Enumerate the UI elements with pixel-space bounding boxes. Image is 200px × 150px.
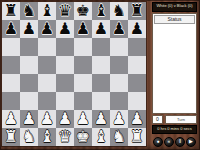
square-h1[interactable]: ♜ bbox=[128, 128, 146, 146]
play-icon: ▶ bbox=[189, 139, 193, 144]
square-b8[interactable]: ♞ bbox=[20, 2, 38, 20]
black-rook[interactable]: ♜ bbox=[4, 2, 18, 20]
square-g4[interactable] bbox=[110, 74, 128, 92]
record-icon: ● bbox=[156, 139, 159, 144]
square-e4[interactable] bbox=[74, 74, 92, 92]
square-h8[interactable]: ♜ bbox=[128, 2, 146, 20]
square-g1[interactable]: ♞ bbox=[110, 128, 128, 146]
black-knight[interactable]: ♞ bbox=[112, 2, 126, 20]
square-g2[interactable]: ♟ bbox=[110, 110, 128, 128]
square-e3[interactable] bbox=[74, 92, 92, 110]
white-pawn[interactable]: ♟ bbox=[58, 110, 72, 128]
square-d8[interactable]: ♛ bbox=[56, 2, 74, 20]
square-c8[interactable]: ♝ bbox=[38, 2, 56, 20]
square-h2[interactable]: ♟ bbox=[128, 110, 146, 128]
white-queen[interactable]: ♛ bbox=[58, 128, 72, 146]
square-f2[interactable]: ♟ bbox=[92, 110, 110, 128]
square-a1[interactable]: ♜ bbox=[2, 128, 20, 146]
pause-button[interactable]: ‖ bbox=[175, 137, 185, 147]
square-a3[interactable] bbox=[2, 92, 20, 110]
turn-count-field[interactable]: 0 bbox=[152, 115, 163, 124]
square-e1[interactable]: ♚ bbox=[74, 128, 92, 146]
square-c6[interactable] bbox=[38, 38, 56, 56]
square-d4[interactable] bbox=[56, 74, 74, 92]
square-h7[interactable]: ♟ bbox=[128, 20, 146, 38]
white-knight[interactable]: ♞ bbox=[22, 128, 36, 146]
square-f3[interactable] bbox=[92, 92, 110, 110]
square-d1[interactable]: ♛ bbox=[56, 128, 74, 146]
square-g6[interactable] bbox=[110, 38, 128, 56]
square-b7[interactable]: ♟ bbox=[20, 20, 38, 38]
square-f8[interactable]: ♝ bbox=[92, 2, 110, 20]
chess-app-window: ♜♞♝♛♚♝♞♜♟♟♟♟♟♟♟♟♟♟♟♟♟♟♟♟♜♞♝♛♚♝♞♜ White (… bbox=[0, 0, 200, 150]
black-rook[interactable]: ♜ bbox=[130, 2, 144, 20]
black-knight[interactable]: ♞ bbox=[22, 2, 36, 20]
square-a7[interactable]: ♟ bbox=[2, 20, 20, 38]
square-d2[interactable]: ♟ bbox=[56, 110, 74, 128]
rewind-icon: « bbox=[168, 139, 171, 144]
match-title-bar: White (0) v Black (0) bbox=[152, 2, 197, 12]
square-d6[interactable] bbox=[56, 38, 74, 56]
square-h3[interactable] bbox=[128, 92, 146, 110]
square-e5[interactable] bbox=[74, 56, 92, 74]
square-a2[interactable]: ♟ bbox=[2, 110, 20, 128]
white-pawn[interactable]: ♟ bbox=[40, 110, 54, 128]
square-e6[interactable] bbox=[74, 38, 92, 56]
black-pawn[interactable]: ♟ bbox=[58, 20, 72, 38]
square-b3[interactable] bbox=[20, 92, 38, 110]
square-g3[interactable] bbox=[110, 92, 128, 110]
status-box: Status bbox=[152, 13, 197, 114]
square-d5[interactable] bbox=[56, 56, 74, 74]
square-b5[interactable] bbox=[20, 56, 38, 74]
square-b2[interactable]: ♟ bbox=[20, 110, 38, 128]
black-pawn[interactable]: ♟ bbox=[94, 20, 108, 38]
square-f5[interactable] bbox=[92, 56, 110, 74]
status-header: Status bbox=[154, 15, 195, 24]
side-panel: White (0) v Black (0) Status 0 Turn 0 hr… bbox=[152, 2, 197, 148]
square-c1[interactable]: ♝ bbox=[38, 128, 56, 146]
rewind-button[interactable]: « bbox=[164, 137, 174, 147]
square-d7[interactable]: ♟ bbox=[56, 20, 74, 38]
white-pawn[interactable]: ♟ bbox=[112, 110, 126, 128]
white-bishop[interactable]: ♝ bbox=[40, 128, 54, 146]
square-f1[interactable]: ♝ bbox=[92, 128, 110, 146]
square-a4[interactable] bbox=[2, 74, 20, 92]
square-c2[interactable]: ♟ bbox=[38, 110, 56, 128]
square-a8[interactable]: ♜ bbox=[2, 2, 20, 20]
square-e8[interactable]: ♚ bbox=[74, 2, 92, 20]
white-pawn[interactable]: ♟ bbox=[22, 110, 36, 128]
record-button[interactable]: ● bbox=[153, 137, 163, 147]
playback-controls: ●«‖▶ bbox=[152, 135, 197, 148]
white-rook[interactable]: ♜ bbox=[130, 128, 144, 146]
square-f7[interactable]: ♟ bbox=[92, 20, 110, 38]
square-h6[interactable] bbox=[128, 38, 146, 56]
game-clock: 0 hrs 0 mins 0 secs bbox=[152, 125, 197, 134]
black-pawn[interactable]: ♟ bbox=[130, 20, 144, 38]
square-e2[interactable]: ♟ bbox=[74, 110, 92, 128]
square-f6[interactable] bbox=[92, 38, 110, 56]
black-bishop[interactable]: ♝ bbox=[94, 2, 108, 20]
square-h5[interactable] bbox=[128, 56, 146, 74]
black-pawn[interactable]: ♟ bbox=[76, 20, 90, 38]
black-pawn[interactable]: ♟ bbox=[112, 20, 126, 38]
square-f4[interactable] bbox=[92, 74, 110, 92]
turn-button[interactable]: Turn bbox=[165, 115, 197, 124]
square-a5[interactable] bbox=[2, 56, 20, 74]
square-g5[interactable] bbox=[110, 56, 128, 74]
square-g7[interactable]: ♟ bbox=[110, 20, 128, 38]
square-d3[interactable] bbox=[56, 92, 74, 110]
black-queen[interactable]: ♛ bbox=[58, 2, 72, 20]
square-e7[interactable]: ♟ bbox=[74, 20, 92, 38]
square-a6[interactable] bbox=[2, 38, 20, 56]
square-h4[interactable] bbox=[128, 74, 146, 92]
white-pawn[interactable]: ♟ bbox=[4, 110, 18, 128]
square-b1[interactable]: ♞ bbox=[20, 128, 38, 146]
white-pawn[interactable]: ♟ bbox=[94, 110, 108, 128]
white-pawn[interactable]: ♟ bbox=[76, 110, 90, 128]
black-bishop[interactable]: ♝ bbox=[40, 2, 54, 20]
white-knight[interactable]: ♞ bbox=[112, 128, 126, 146]
square-c7[interactable]: ♟ bbox=[38, 20, 56, 38]
pause-icon: ‖ bbox=[179, 139, 181, 144]
black-king[interactable]: ♚ bbox=[76, 2, 90, 20]
play-button[interactable]: ▶ bbox=[186, 137, 196, 147]
turn-row: 0 Turn bbox=[152, 115, 197, 124]
white-pawn[interactable]: ♟ bbox=[130, 110, 144, 128]
square-c3[interactable] bbox=[38, 92, 56, 110]
black-pawn[interactable]: ♟ bbox=[40, 20, 54, 38]
square-c5[interactable] bbox=[38, 56, 56, 74]
black-pawn[interactable]: ♟ bbox=[4, 20, 18, 38]
black-pawn[interactable]: ♟ bbox=[22, 20, 36, 38]
square-b4[interactable] bbox=[20, 74, 38, 92]
status-list[interactable] bbox=[154, 24, 195, 112]
white-bishop[interactable]: ♝ bbox=[94, 128, 108, 146]
white-rook[interactable]: ♜ bbox=[4, 128, 18, 146]
square-b6[interactable] bbox=[20, 38, 38, 56]
square-c4[interactable] bbox=[38, 74, 56, 92]
chess-board[interactable]: ♜♞♝♛♚♝♞♜♟♟♟♟♟♟♟♟♟♟♟♟♟♟♟♟♜♞♝♛♚♝♞♜ bbox=[2, 2, 146, 146]
square-g8[interactable]: ♞ bbox=[110, 2, 128, 20]
white-king[interactable]: ♚ bbox=[76, 128, 90, 146]
